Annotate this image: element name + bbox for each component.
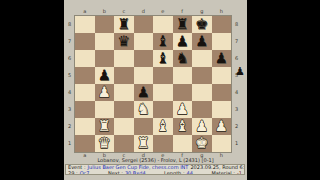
square-g1: ♚ bbox=[192, 135, 212, 152]
square-a6 bbox=[75, 50, 95, 67]
letterbox-left bbox=[0, 0, 64, 180]
square-a4 bbox=[75, 84, 95, 101]
black-rook-c8: ♜ bbox=[114, 16, 134, 33]
move-status-line: 29 : Qc7 Next : 30.Bxd4 Length : 44 Mate… bbox=[68, 171, 242, 176]
white-bishop-e2: ♝ bbox=[153, 118, 173, 135]
square-d6 bbox=[134, 50, 154, 67]
white-pawn-h2: ♟ bbox=[212, 118, 232, 135]
black-knight-f6: ♞ bbox=[173, 50, 193, 67]
file-label-e: e bbox=[153, 9, 173, 16]
black-pawn-f7: ♟ bbox=[173, 33, 193, 50]
square-b2: ♜ bbox=[95, 118, 115, 135]
square-b1: ♛ bbox=[95, 135, 115, 152]
square-h4 bbox=[212, 84, 232, 101]
square-c3 bbox=[114, 101, 134, 118]
file-label-d: d bbox=[134, 9, 154, 16]
square-c6 bbox=[114, 50, 134, 67]
file-label-b: b bbox=[95, 9, 115, 16]
next-move-value: 30.Bxd4 bbox=[125, 171, 146, 176]
square-a5 bbox=[75, 67, 95, 84]
letterbox-right bbox=[247, 0, 320, 180]
square-e6: ♝ bbox=[153, 50, 173, 67]
square-d5 bbox=[134, 67, 154, 84]
square-a3 bbox=[75, 101, 95, 118]
next-move-group: Next : 30.Bxd4 bbox=[108, 171, 146, 176]
next-label: Next : bbox=[108, 171, 123, 176]
black-pawn-d4: ♟ bbox=[134, 84, 154, 101]
game-title: Lobanov, Sergei (2536) - Frolov, L (2431… bbox=[64, 157, 247, 163]
white-queen-b1: ♛ bbox=[95, 135, 115, 152]
file-labels-top: abcdefgh bbox=[75, 9, 231, 16]
material-group: Material : -1 bbox=[211, 171, 242, 176]
length-label: Length : bbox=[164, 171, 185, 176]
square-e7: ♝ bbox=[153, 33, 173, 50]
material-indicator-black-pawn-icon: ♟ bbox=[234, 64, 246, 78]
square-e5 bbox=[153, 67, 173, 84]
rank-label-4: 4 bbox=[232, 84, 241, 101]
white-pawn-f3: ♟ bbox=[173, 101, 193, 118]
square-d7 bbox=[134, 33, 154, 50]
rank-label-8: 8 bbox=[232, 16, 241, 33]
file-label-c: c bbox=[114, 9, 134, 16]
black-pawn-b5: ♟ bbox=[95, 67, 115, 84]
rank-label-2: 2 bbox=[232, 118, 241, 135]
file-label-a: a bbox=[75, 9, 95, 16]
square-h8 bbox=[212, 16, 232, 33]
rank-labels-left: 87654321 bbox=[65, 16, 74, 152]
rank-label-3: 3 bbox=[65, 101, 74, 118]
black-bishop-e6: ♝ bbox=[153, 50, 173, 67]
square-h3 bbox=[212, 101, 232, 118]
square-e8 bbox=[153, 16, 173, 33]
black-king-g8: ♚ bbox=[192, 16, 212, 33]
square-g5 bbox=[192, 67, 212, 84]
last-move-value: Qc7 bbox=[80, 171, 90, 176]
square-h5 bbox=[212, 67, 232, 84]
square-a7 bbox=[75, 33, 95, 50]
square-e3 bbox=[153, 101, 173, 118]
square-f5 bbox=[173, 67, 193, 84]
move-number-label: 29 : bbox=[68, 171, 78, 176]
square-b4: ♟ bbox=[95, 84, 115, 101]
square-b5: ♟ bbox=[95, 67, 115, 84]
square-a8 bbox=[75, 16, 95, 33]
white-rook-b2: ♜ bbox=[95, 118, 115, 135]
rank-label-5: 5 bbox=[65, 67, 74, 84]
square-d8 bbox=[134, 16, 154, 33]
square-d2 bbox=[134, 118, 154, 135]
square-g6 bbox=[192, 50, 212, 67]
square-c2 bbox=[114, 118, 134, 135]
black-rook-f8: ♜ bbox=[173, 16, 193, 33]
rank-labels-right: 87654321 bbox=[232, 16, 241, 152]
white-king-g1: ♚ bbox=[192, 135, 212, 152]
rank-label-4: 4 bbox=[65, 84, 74, 101]
square-e1 bbox=[153, 135, 173, 152]
material-label: Material : bbox=[211, 171, 235, 176]
square-h1 bbox=[212, 135, 232, 152]
square-h6: ♟ bbox=[212, 50, 232, 67]
square-f8: ♜ bbox=[173, 16, 193, 33]
square-e4 bbox=[153, 84, 173, 101]
rank-label-3: 3 bbox=[232, 101, 241, 118]
square-f4 bbox=[173, 84, 193, 101]
file-label-h: h bbox=[212, 9, 232, 16]
file-label-f: f bbox=[173, 9, 193, 16]
square-f7: ♟ bbox=[173, 33, 193, 50]
rank-label-6: 6 bbox=[65, 50, 74, 67]
square-g2: ♟ bbox=[192, 118, 212, 135]
square-c1 bbox=[114, 135, 134, 152]
white-bishop-f2: ♝ bbox=[173, 118, 193, 135]
square-c8: ♜ bbox=[114, 16, 134, 33]
rank-label-8: 8 bbox=[65, 16, 74, 33]
white-rook-d1: ♜ bbox=[134, 135, 154, 152]
length-value: 44 bbox=[187, 171, 193, 176]
square-h7 bbox=[212, 33, 232, 50]
square-g8: ♚ bbox=[192, 16, 212, 33]
black-pawn-g7: ♟ bbox=[192, 33, 212, 50]
square-e2: ♝ bbox=[153, 118, 173, 135]
video-frame: abcdefgh 87654321 87654321 abcdefgh ♜♜♚♛… bbox=[0, 0, 320, 180]
square-f3: ♟ bbox=[173, 101, 193, 118]
rank-label-2: 2 bbox=[65, 118, 74, 135]
game-info-panel: Event : Julius Baer Gen Cup Fide, chess.… bbox=[65, 164, 245, 175]
rank-label-7: 7 bbox=[232, 33, 241, 50]
rank-label-1: 1 bbox=[65, 135, 74, 152]
chess-app-frame: abcdefgh 87654321 87654321 abcdefgh ♜♜♚♛… bbox=[64, 0, 247, 180]
square-f2: ♝ bbox=[173, 118, 193, 135]
black-pawn-h6: ♟ bbox=[212, 50, 232, 67]
material-value: -1 bbox=[237, 171, 242, 176]
black-bishop-e7: ♝ bbox=[153, 33, 173, 50]
square-b7 bbox=[95, 33, 115, 50]
chess-board: ♜♜♚♛♝♟♟♝♞♟♟♟♟♞♟♜♝♝♟♟♛♜♚ bbox=[75, 16, 231, 152]
square-d1: ♜ bbox=[134, 135, 154, 152]
square-c5 bbox=[114, 67, 134, 84]
rank-label-1: 1 bbox=[232, 135, 241, 152]
square-b8 bbox=[95, 16, 115, 33]
square-h2: ♟ bbox=[212, 118, 232, 135]
square-c7: ♛ bbox=[114, 33, 134, 50]
square-c4 bbox=[114, 84, 134, 101]
square-f6: ♞ bbox=[173, 50, 193, 67]
square-g4 bbox=[192, 84, 212, 101]
white-pawn-b4: ♟ bbox=[95, 84, 115, 101]
square-d3: ♞ bbox=[134, 101, 154, 118]
length-group: Length : 44 bbox=[164, 171, 193, 176]
white-pawn-g2: ♟ bbox=[192, 118, 212, 135]
square-d4: ♟ bbox=[134, 84, 154, 101]
square-g3 bbox=[192, 101, 212, 118]
black-queen-c7: ♛ bbox=[114, 33, 134, 50]
square-b3 bbox=[95, 101, 115, 118]
square-a2 bbox=[75, 118, 95, 135]
white-knight-d3: ♞ bbox=[134, 101, 154, 118]
square-b6 bbox=[95, 50, 115, 67]
square-a1 bbox=[75, 135, 95, 152]
file-label-g: g bbox=[192, 9, 212, 16]
square-f1 bbox=[173, 135, 193, 152]
last-move-group: 29 : Qc7 bbox=[68, 171, 90, 176]
square-g7: ♟ bbox=[192, 33, 212, 50]
rank-label-7: 7 bbox=[65, 33, 74, 50]
